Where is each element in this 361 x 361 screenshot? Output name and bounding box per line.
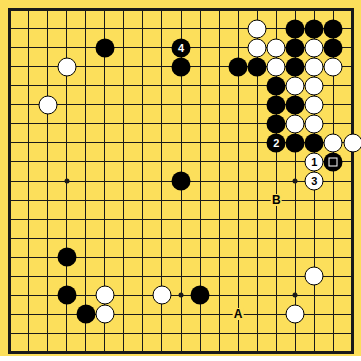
black-stone bbox=[267, 114, 286, 133]
black-stone bbox=[267, 95, 286, 114]
white-stone bbox=[305, 114, 324, 133]
white-stone bbox=[305, 267, 324, 286]
black-stone-marked bbox=[324, 152, 343, 171]
black-stone: 4 bbox=[172, 38, 191, 57]
grid-line-horizontal bbox=[10, 219, 353, 220]
black-stone bbox=[324, 19, 343, 38]
square-marker-icon bbox=[329, 157, 338, 166]
white-stone: 1 bbox=[305, 152, 324, 171]
black-stone: 2 bbox=[267, 133, 286, 152]
move-number-label: 4 bbox=[178, 42, 184, 53]
white-stone bbox=[152, 286, 171, 305]
star-point bbox=[179, 293, 184, 298]
grid-line-horizontal bbox=[10, 200, 353, 201]
black-stone bbox=[95, 38, 114, 57]
white-stone bbox=[305, 76, 324, 95]
white-stone bbox=[305, 38, 324, 57]
black-stone bbox=[229, 57, 248, 76]
white-stone bbox=[324, 133, 343, 152]
black-stone bbox=[172, 57, 191, 76]
white-stone bbox=[286, 114, 305, 133]
white-stone bbox=[248, 38, 267, 57]
black-stone bbox=[286, 38, 305, 57]
star-point bbox=[293, 293, 298, 298]
go-board: 4213AB bbox=[0, 0, 361, 356]
white-stone bbox=[57, 57, 76, 76]
white-stone: 3 bbox=[305, 172, 324, 191]
grid-line-horizontal bbox=[10, 238, 353, 239]
white-stone bbox=[286, 305, 305, 324]
black-stone bbox=[305, 133, 324, 152]
grid-line-horizontal bbox=[10, 333, 353, 334]
white-stone bbox=[343, 133, 361, 152]
black-stone bbox=[286, 133, 305, 152]
black-stone bbox=[324, 38, 343, 57]
star-point bbox=[64, 179, 69, 184]
black-stone bbox=[57, 248, 76, 267]
white-stone bbox=[305, 57, 324, 76]
grid-line-horizontal bbox=[10, 276, 353, 277]
white-stone bbox=[267, 38, 286, 57]
grid-line-vertical bbox=[219, 10, 220, 353]
black-stone bbox=[286, 57, 305, 76]
black-stone bbox=[248, 57, 267, 76]
move-number-label: 2 bbox=[273, 137, 279, 148]
white-stone bbox=[286, 76, 305, 95]
move-number-label: 1 bbox=[311, 156, 317, 167]
black-stone bbox=[286, 19, 305, 38]
black-stone bbox=[305, 19, 324, 38]
black-stone bbox=[57, 286, 76, 305]
move-number-label: 3 bbox=[311, 176, 317, 187]
black-stone bbox=[267, 76, 286, 95]
go-diagram: 4213AB bbox=[0, 0, 361, 361]
white-stone bbox=[95, 286, 114, 305]
white-stone bbox=[324, 57, 343, 76]
point-letter-A: A bbox=[233, 308, 244, 320]
star-point bbox=[293, 179, 298, 184]
white-stone bbox=[248, 19, 267, 38]
white-stone bbox=[267, 57, 286, 76]
white-stone bbox=[38, 95, 57, 114]
black-stone bbox=[76, 305, 95, 324]
black-stone bbox=[191, 286, 210, 305]
black-stone bbox=[286, 95, 305, 114]
point-letter-B: B bbox=[271, 194, 282, 206]
black-stone bbox=[172, 172, 191, 191]
white-stone bbox=[95, 305, 114, 324]
white-stone bbox=[305, 95, 324, 114]
bottom-margin-strip bbox=[0, 356, 361, 361]
